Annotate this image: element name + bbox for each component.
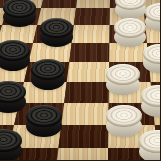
piece-top-face [106, 105, 142, 127]
piece-top-face [106, 64, 140, 85]
white-piece[interactable] [139, 130, 161, 161]
black-piece[interactable] [40, 18, 73, 47]
white-piece[interactable] [143, 44, 161, 73]
black-piece[interactable] [0, 40, 30, 71]
black-piece[interactable] [3, 0, 36, 27]
white-piece[interactable] [115, 0, 146, 19]
checkers-board [0, 0, 160, 160]
piece-top-face [40, 18, 73, 38]
piece-top-face [3, 0, 36, 18]
black-piece[interactable] [31, 59, 65, 90]
piece-top-face [0, 40, 30, 61]
black-piece[interactable] [0, 129, 22, 161]
white-piece[interactable] [106, 64, 140, 95]
black-piece[interactable] [26, 105, 62, 137]
piece-top-face [31, 59, 65, 80]
white-piece[interactable] [106, 105, 142, 137]
piece-top-face [114, 18, 146, 38]
black-piece[interactable] [0, 81, 26, 113]
white-piece[interactable] [114, 18, 146, 47]
white-piece[interactable] [141, 85, 161, 117]
white-piece[interactable] [145, 3, 161, 31]
piece-top-face [26, 105, 62, 127]
